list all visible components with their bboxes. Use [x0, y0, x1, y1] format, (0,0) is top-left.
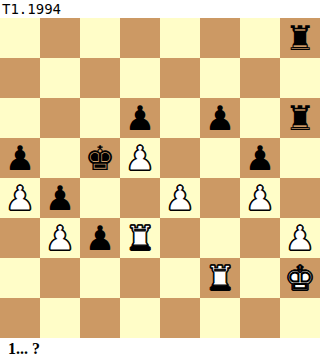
puzzle-title: T1.1994	[0, 0, 320, 18]
square-b1[interactable]	[40, 298, 80, 338]
white-king-icon: ♚	[285, 261, 315, 295]
white-pawn-icon: ♟	[45, 221, 75, 255]
square-d2[interactable]	[120, 258, 160, 298]
black-rook-icon: ♜	[285, 21, 315, 55]
square-b3[interactable]: ♟	[40, 218, 80, 258]
square-h5[interactable]	[280, 138, 320, 178]
square-b8[interactable]	[40, 18, 80, 58]
square-h2[interactable]: ♚	[280, 258, 320, 298]
square-b7[interactable]	[40, 58, 80, 98]
square-f7[interactable]	[200, 58, 240, 98]
square-h6[interactable]: ♜	[280, 98, 320, 138]
square-a1[interactable]	[0, 298, 40, 338]
square-e5[interactable]	[160, 138, 200, 178]
square-a2[interactable]	[0, 258, 40, 298]
square-f8[interactable]	[200, 18, 240, 58]
square-g7[interactable]	[240, 58, 280, 98]
square-f2[interactable]: ♜	[200, 258, 240, 298]
puzzle-title-text: T1.1994	[2, 1, 61, 17]
black-pawn-icon: ♟	[125, 101, 155, 135]
square-c4[interactable]	[80, 178, 120, 218]
square-h3[interactable]: ♟	[280, 218, 320, 258]
square-e7[interactable]	[160, 58, 200, 98]
square-e3[interactable]	[160, 218, 200, 258]
black-rook-icon: ♜	[285, 101, 315, 135]
square-b2[interactable]	[40, 258, 80, 298]
square-a5[interactable]: ♟	[0, 138, 40, 178]
square-a6[interactable]	[0, 98, 40, 138]
chess-board: ♜♟♟♜♟♚♟♟♟♟♟♟♟♟♜♟♜♚	[0, 18, 320, 338]
square-g3[interactable]	[240, 218, 280, 258]
square-c2[interactable]	[80, 258, 120, 298]
square-a4[interactable]: ♟	[0, 178, 40, 218]
square-f5[interactable]	[200, 138, 240, 178]
square-g2[interactable]	[240, 258, 280, 298]
square-d5[interactable]: ♟	[120, 138, 160, 178]
square-h7[interactable]	[280, 58, 320, 98]
white-pawn-icon: ♟	[5, 181, 35, 215]
square-g4[interactable]: ♟	[240, 178, 280, 218]
square-e4[interactable]: ♟	[160, 178, 200, 218]
square-c8[interactable]	[80, 18, 120, 58]
square-f3[interactable]	[200, 218, 240, 258]
square-c3[interactable]: ♟	[80, 218, 120, 258]
square-h4[interactable]	[280, 178, 320, 218]
black-pawn-icon: ♟	[45, 181, 75, 215]
square-c1[interactable]	[80, 298, 120, 338]
square-c7[interactable]	[80, 58, 120, 98]
square-d3[interactable]: ♜	[120, 218, 160, 258]
white-rook-icon: ♜	[205, 261, 235, 295]
square-f1[interactable]	[200, 298, 240, 338]
square-d8[interactable]	[120, 18, 160, 58]
square-d4[interactable]	[120, 178, 160, 218]
square-g8[interactable]	[240, 18, 280, 58]
move-prompt: 1... ?	[0, 338, 320, 360]
move-prompt-text: 1... ?	[8, 340, 40, 358]
square-b5[interactable]	[40, 138, 80, 178]
square-a8[interactable]	[0, 18, 40, 58]
white-pawn-icon: ♟	[165, 181, 195, 215]
white-pawn-icon: ♟	[245, 181, 275, 215]
square-a7[interactable]	[0, 58, 40, 98]
square-f6[interactable]: ♟	[200, 98, 240, 138]
chess-diagram-window: T1.1994 ♜♟♟♜♟♚♟♟♟♟♟♟♟♟♜♟♜♚ 1... ?	[0, 0, 320, 360]
square-d6[interactable]: ♟	[120, 98, 160, 138]
square-e1[interactable]	[160, 298, 200, 338]
square-b4[interactable]: ♟	[40, 178, 80, 218]
square-d7[interactable]	[120, 58, 160, 98]
black-pawn-icon: ♟	[5, 141, 35, 175]
square-f4[interactable]	[200, 178, 240, 218]
square-a3[interactable]	[0, 218, 40, 258]
square-d1[interactable]	[120, 298, 160, 338]
square-g5[interactable]: ♟	[240, 138, 280, 178]
black-king-icon: ♚	[85, 141, 115, 175]
black-pawn-icon: ♟	[85, 221, 115, 255]
white-rook-icon: ♜	[125, 221, 155, 255]
white-pawn-icon: ♟	[125, 141, 155, 175]
black-pawn-icon: ♟	[205, 101, 235, 135]
square-h1[interactable]	[280, 298, 320, 338]
square-e2[interactable]	[160, 258, 200, 298]
square-e6[interactable]	[160, 98, 200, 138]
white-pawn-icon: ♟	[285, 221, 315, 255]
square-b6[interactable]	[40, 98, 80, 138]
square-g6[interactable]	[240, 98, 280, 138]
square-e8[interactable]	[160, 18, 200, 58]
square-c6[interactable]	[80, 98, 120, 138]
square-c5[interactable]: ♚	[80, 138, 120, 178]
black-pawn-icon: ♟	[245, 141, 275, 175]
square-g1[interactable]	[240, 298, 280, 338]
square-h8[interactable]: ♜	[280, 18, 320, 58]
